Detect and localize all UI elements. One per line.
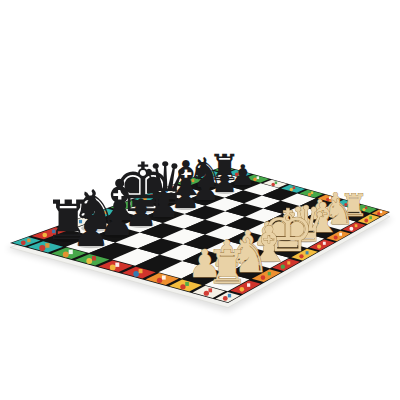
- tile-illustration-mark: [228, 294, 231, 298]
- tile-illustration-mark: [355, 224, 358, 227]
- chessboard: ♜♟♞♟♝♟♛♟♟♚♜♟♟♝♞♟♟♞♝♟♟♜♛♟♟♚♟♝♟♞♟♜: [0, 0, 400, 400]
- tile-illustration-mark: [290, 188, 293, 191]
- tile-illustration-mark: [257, 176, 259, 179]
- white-rook-piece-h1: ♜: [207, 240, 249, 294]
- tile-illustration-mark: [110, 265, 116, 271]
- tile-illustration-mark: [157, 278, 162, 283]
- tile-illustration-mark: [369, 216, 372, 219]
- tile-illustration-mark: [180, 284, 185, 289]
- tile-illustration-mark: [139, 269, 143, 273]
- tile-illustration-mark: [162, 275, 166, 279]
- tile-illustration-mark: [133, 271, 139, 277]
- tile-illustration-mark: [271, 183, 275, 187]
- tile-illustration-mark: [21, 240, 26, 245]
- tile-illustration-mark: [223, 296, 228, 301]
- tile-illustration-mark: [27, 239, 30, 243]
- chess-set-product-photo: ♜♟♞♟♝♟♛♟♟♚♜♟♟♝♞♟♟♞♝♟♟♜♛♟♟♚♟♝♟♞♟♜: [0, 0, 400, 400]
- tile-illustration-mark: [275, 181, 277, 184]
- tile-illustration-mark: [92, 256, 96, 260]
- tile-illustration-mark: [86, 258, 92, 264]
- black-pawn-piece-h7: ♟: [72, 206, 111, 256]
- tile-illustration-mark: [63, 252, 69, 258]
- tile-illustration-mark: [293, 186, 295, 189]
- tile-illustration-mark: [377, 212, 380, 215]
- tile-illustration-mark: [115, 263, 119, 267]
- tile-illustration-mark: [380, 211, 382, 213]
